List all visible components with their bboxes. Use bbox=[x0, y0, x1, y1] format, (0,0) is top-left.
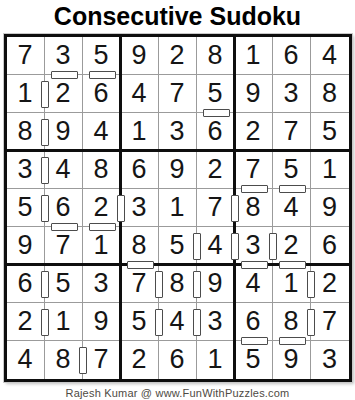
cell-r8c4[interactable]: 5 bbox=[121, 303, 159, 341]
cell-r6c1[interactable]: 9 bbox=[7, 227, 45, 265]
cell-r4c1[interactable]: 3 bbox=[7, 151, 45, 189]
cell-r1c9[interactable]: 4 bbox=[311, 37, 349, 75]
cell-r7c5[interactable]: 8 bbox=[159, 265, 197, 303]
cell-r6c6[interactable]: 4 bbox=[197, 227, 235, 265]
cell-r6c7[interactable]: 3 bbox=[235, 227, 273, 265]
cell-r8c8[interactable]: 8 bbox=[273, 303, 311, 341]
consecutive-marker-v-r6c5 bbox=[193, 233, 201, 260]
cell-r7c6[interactable]: 9 bbox=[197, 265, 235, 303]
consecutive-marker-h-r2c6 bbox=[203, 109, 230, 117]
consecutive-marker-h-r4c7 bbox=[241, 185, 268, 193]
consecutive-marker-v-r8c8 bbox=[307, 309, 315, 336]
cell-r4c9[interactable]: 1 bbox=[311, 151, 349, 189]
consecutive-marker-v-r9c2 bbox=[79, 347, 87, 374]
consecutive-marker-h-r8c8 bbox=[279, 337, 306, 345]
cell-r5c3[interactable]: 2 bbox=[83, 189, 121, 227]
consecutive-marker-h-r5c3 bbox=[89, 223, 116, 231]
consecutive-marker-v-r8c4 bbox=[155, 309, 163, 336]
consecutive-marker-v-r5c3 bbox=[117, 195, 125, 222]
cell-r5c7[interactable]: 8 bbox=[235, 189, 273, 227]
cell-r4c3[interactable]: 8 bbox=[83, 151, 121, 189]
consecutive-marker-v-r5c1 bbox=[41, 195, 49, 222]
consecutive-marker-v-r7c5 bbox=[193, 271, 201, 298]
cell-r5c8[interactable]: 4 bbox=[273, 189, 311, 227]
cell-r1c7[interactable]: 1 bbox=[235, 37, 273, 75]
cell-r7c9[interactable]: 2 bbox=[311, 265, 349, 303]
cell-r5c6[interactable]: 7 bbox=[197, 189, 235, 227]
box-divider-horizontal-1 bbox=[7, 149, 349, 152]
cell-r1c1[interactable]: 7 bbox=[7, 37, 45, 75]
cell-r1c3[interactable]: 5 bbox=[83, 37, 121, 75]
consecutive-marker-v-r3c1 bbox=[41, 119, 49, 146]
cell-r8c7[interactable]: 6 bbox=[235, 303, 273, 341]
cell-r6c8[interactable]: 2 bbox=[273, 227, 311, 265]
cell-r9c3[interactable]: 7 bbox=[83, 341, 121, 379]
cell-r2c9[interactable]: 8 bbox=[311, 75, 349, 113]
cell-r9c6[interactable]: 1 bbox=[197, 341, 235, 379]
consecutive-marker-h-r6c4 bbox=[127, 261, 154, 269]
cell-r4c7[interactable]: 7 bbox=[235, 151, 273, 189]
cell-r6c3[interactable]: 1 bbox=[83, 227, 121, 265]
page-title: Consecutive Sudoku bbox=[0, 0, 355, 31]
cell-r3c2[interactable]: 9 bbox=[45, 113, 83, 151]
cell-r2c4[interactable]: 4 bbox=[121, 75, 159, 113]
cell-r9c1[interactable]: 4 bbox=[7, 341, 45, 379]
cell-r6c2[interactable]: 7 bbox=[45, 227, 83, 265]
cell-r7c8[interactable]: 1 bbox=[273, 265, 311, 303]
cell-r4c8[interactable]: 5 bbox=[273, 151, 311, 189]
cell-r2c1[interactable]: 1 bbox=[7, 75, 45, 113]
cell-r8c3[interactable]: 9 bbox=[83, 303, 121, 341]
cell-r2c2[interactable]: 2 bbox=[45, 75, 83, 113]
cell-r8c1[interactable]: 2 bbox=[7, 303, 45, 341]
cell-r9c8[interactable]: 9 bbox=[273, 341, 311, 379]
cell-r1c8[interactable]: 6 bbox=[273, 37, 311, 75]
cell-r5c2[interactable]: 6 bbox=[45, 189, 83, 227]
cell-r8c9[interactable]: 7 bbox=[311, 303, 349, 341]
consecutive-marker-v-r7c8 bbox=[307, 271, 315, 298]
cell-r5c9[interactable]: 9 bbox=[311, 189, 349, 227]
cell-r2c8[interactable]: 3 bbox=[273, 75, 311, 113]
cell-r2c7[interactable]: 9 bbox=[235, 75, 273, 113]
cell-r9c5[interactable]: 6 bbox=[159, 341, 197, 379]
cell-r5c5[interactable]: 1 bbox=[159, 189, 197, 227]
consecutive-marker-h-r6c8 bbox=[279, 261, 306, 269]
consecutive-marker-h-r1c3 bbox=[89, 71, 116, 79]
cell-r6c4[interactable]: 8 bbox=[121, 227, 159, 265]
consecutive-marker-v-r6c7 bbox=[269, 233, 277, 260]
cell-r4c2[interactable]: 4 bbox=[45, 151, 83, 189]
consecutive-marker-h-r5c2 bbox=[51, 223, 78, 231]
cell-r2c6[interactable]: 5 bbox=[197, 75, 235, 113]
sudoku-board: 7359281641264759388941362753486927515623… bbox=[4, 34, 352, 382]
cell-r7c7[interactable]: 4 bbox=[235, 265, 273, 303]
cell-r3c6[interactable]: 6 bbox=[197, 113, 235, 151]
consecutive-marker-v-r4c1 bbox=[41, 157, 49, 184]
consecutive-marker-h-r6c7 bbox=[241, 261, 268, 269]
consecutive-marker-h-r8c7 bbox=[241, 337, 268, 345]
cell-r7c4[interactable]: 7 bbox=[121, 265, 159, 303]
cell-r9c2[interactable]: 8 bbox=[45, 341, 83, 379]
cell-r7c2[interactable]: 5 bbox=[45, 265, 83, 303]
cell-r2c5[interactable]: 7 bbox=[159, 75, 197, 113]
cell-r8c6[interactable]: 3 bbox=[197, 303, 235, 341]
cell-r3c4[interactable]: 1 bbox=[121, 113, 159, 151]
cell-r4c6[interactable]: 2 bbox=[197, 151, 235, 189]
credit-line: Rajesh Kumar @ www.FunWithPuzzles.com bbox=[0, 387, 355, 399]
cell-r3c9[interactable]: 5 bbox=[311, 113, 349, 151]
cell-r8c5[interactable]: 4 bbox=[159, 303, 197, 341]
cell-r3c5[interactable]: 3 bbox=[159, 113, 197, 151]
consecutive-marker-v-r8c5 bbox=[193, 309, 201, 336]
consecutive-marker-h-r1c2 bbox=[51, 71, 78, 79]
cell-r3c1[interactable]: 8 bbox=[7, 113, 45, 151]
consecutive-marker-v-r5c6 bbox=[231, 195, 239, 222]
cell-r3c3[interactable]: 4 bbox=[83, 113, 121, 151]
cell-r5c4[interactable]: 3 bbox=[121, 189, 159, 227]
cell-r1c4[interactable]: 9 bbox=[121, 37, 159, 75]
cell-r3c8[interactable]: 7 bbox=[273, 113, 311, 151]
consecutive-marker-v-r7c1 bbox=[41, 271, 49, 298]
cell-r6c5[interactable]: 5 bbox=[159, 227, 197, 265]
cell-r9c9[interactable]: 3 bbox=[311, 341, 349, 379]
consecutive-marker-v-r7c4 bbox=[155, 271, 163, 298]
cell-r3c7[interactable]: 2 bbox=[235, 113, 273, 151]
consecutive-marker-v-r6c6 bbox=[231, 233, 239, 260]
cell-r9c4[interactable]: 2 bbox=[121, 341, 159, 379]
cell-r9c7[interactable]: 5 bbox=[235, 341, 273, 379]
cell-r7c3[interactable]: 3 bbox=[83, 265, 121, 303]
cell-r4c5[interactable]: 9 bbox=[159, 151, 197, 189]
sudoku-grid: 7359281641264759388941362753486927515623… bbox=[7, 37, 349, 379]
cell-r5c1[interactable]: 5 bbox=[7, 189, 45, 227]
cell-r8c2[interactable]: 1 bbox=[45, 303, 83, 341]
cell-r1c6[interactable]: 8 bbox=[197, 37, 235, 75]
cell-r2c3[interactable]: 6 bbox=[83, 75, 121, 113]
puzzle-page: Consecutive Sudoku 735928164126475938894… bbox=[0, 0, 355, 400]
consecutive-marker-v-r8c1 bbox=[41, 309, 49, 336]
cell-r4c4[interactable]: 6 bbox=[121, 151, 159, 189]
consecutive-marker-v-r2c1 bbox=[41, 81, 49, 108]
consecutive-marker-h-r4c8 bbox=[279, 185, 306, 193]
cell-r1c5[interactable]: 2 bbox=[159, 37, 197, 75]
cell-r7c1[interactable]: 6 bbox=[7, 265, 45, 303]
cell-r1c2[interactable]: 3 bbox=[45, 37, 83, 75]
cell-r6c9[interactable]: 6 bbox=[311, 227, 349, 265]
